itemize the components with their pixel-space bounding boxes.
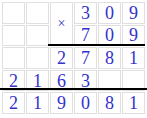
cell-r2c5: 0 <box>98 25 121 47</box>
cell-r3c2 <box>26 47 49 69</box>
cell-r2c2 <box>26 25 49 47</box>
cell-r3c3: 2 <box>50 47 73 69</box>
cell-r5c2: 1 <box>26 92 49 114</box>
cell-r3c6: 1 <box>122 47 145 69</box>
cell-r5c6: 1 <box>122 92 145 114</box>
cell-r5c3: 9 <box>50 92 73 114</box>
cell-r5c5: 8 <box>98 92 121 114</box>
cell-r5c4: 0 <box>74 92 97 114</box>
cell-r3c1 <box>2 47 25 69</box>
cell-r1c5: 0 <box>98 2 121 24</box>
cell-r1c2 <box>26 2 49 24</box>
long-multiplication-board: × 3 0 9 7 0 9 2 7 8 1 2 1 6 3 2 1 9 0 8 … <box>0 0 147 118</box>
cell-r1c6: 9 <box>122 2 145 24</box>
cell-r2c1 <box>2 25 25 47</box>
product-sum-line <box>0 88 147 90</box>
cell-r3c4: 7 <box>74 47 97 69</box>
multiply-sign-icon: × <box>58 17 66 31</box>
multiplication-grid: × 3 0 9 7 0 9 2 7 8 1 2 1 6 3 2 1 9 0 8 … <box>2 2 145 114</box>
cell-r3c5: 8 <box>98 47 121 69</box>
cell-r2c4: 7 <box>74 25 97 47</box>
multiplier-sum-line <box>48 44 145 46</box>
cell-r5c1: 2 <box>2 92 25 114</box>
cell-r2c6: 9 <box>122 25 145 47</box>
cell-r1c4: 3 <box>74 2 97 24</box>
cell-r1c1 <box>2 2 25 24</box>
multiply-sign-cell: × <box>50 2 73 46</box>
